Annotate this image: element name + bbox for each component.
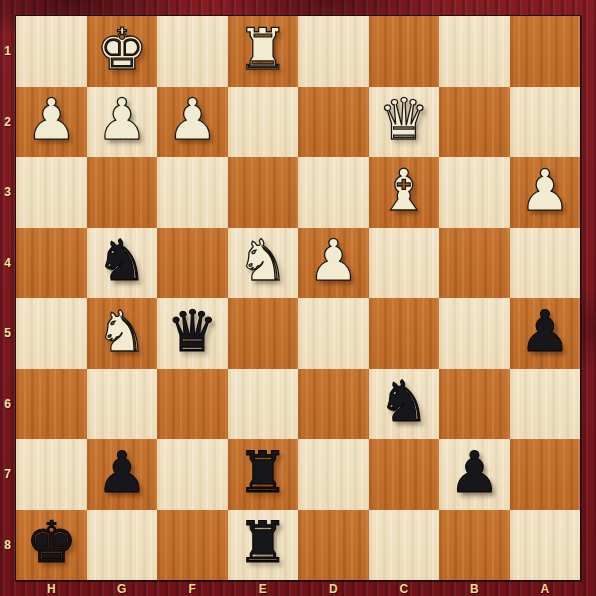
square-g7[interactable]: ♟ — [87, 439, 158, 510]
square-f5[interactable]: ♛ — [157, 298, 228, 369]
square-c1[interactable] — [369, 16, 440, 87]
file-labels: HGFEDCBA — [16, 581, 580, 596]
square-a7[interactable] — [510, 439, 581, 510]
square-h5[interactable] — [16, 298, 87, 369]
square-c2[interactable]: ♛ — [369, 87, 440, 158]
piece-black-knight[interactable]: ♞ — [96, 232, 147, 289]
square-a6[interactable] — [510, 369, 581, 440]
file-label: B — [439, 581, 510, 596]
square-b4[interactable] — [439, 228, 510, 299]
square-c4[interactable] — [369, 228, 440, 299]
square-b8[interactable] — [439, 510, 510, 581]
square-b7[interactable]: ♟ — [439, 439, 510, 510]
square-e8[interactable]: ♜ — [228, 510, 299, 581]
rank-label: 5 — [0, 298, 15, 369]
piece-white-queen[interactable]: ♛ — [378, 91, 429, 148]
square-g3[interactable] — [87, 157, 158, 228]
square-e7[interactable]: ♜ — [228, 439, 299, 510]
square-f4[interactable] — [157, 228, 228, 299]
square-b2[interactable] — [439, 87, 510, 158]
file-label: C — [369, 581, 440, 596]
square-c5[interactable] — [369, 298, 440, 369]
rank-label: 4 — [0, 228, 15, 299]
square-d1[interactable] — [298, 16, 369, 87]
square-a5[interactable]: ♟ — [510, 298, 581, 369]
square-a4[interactable] — [510, 228, 581, 299]
rank-label: 1 — [0, 16, 15, 87]
square-h7[interactable] — [16, 439, 87, 510]
square-g6[interactable] — [87, 369, 158, 440]
piece-black-queen[interactable]: ♛ — [167, 303, 218, 360]
rank-label: 6 — [0, 369, 15, 440]
square-e6[interactable] — [228, 369, 299, 440]
piece-white-bishop[interactable]: ♝ — [378, 162, 429, 219]
square-d2[interactable] — [298, 87, 369, 158]
piece-black-rook[interactable]: ♜ — [237, 514, 288, 571]
piece-black-knight[interactable]: ♞ — [378, 373, 429, 430]
piece-black-pawn[interactable]: ♟ — [519, 303, 570, 360]
piece-white-rook[interactable]: ♜ — [237, 21, 288, 78]
piece-white-pawn[interactable]: ♟ — [167, 91, 218, 148]
square-f6[interactable] — [157, 369, 228, 440]
square-b6[interactable] — [439, 369, 510, 440]
piece-white-king[interactable]: ♚ — [96, 21, 147, 78]
piece-black-pawn[interactable]: ♟ — [449, 444, 500, 501]
file-label: A — [510, 581, 581, 596]
square-g5[interactable]: ♞ — [87, 298, 158, 369]
square-c3[interactable]: ♝ — [369, 157, 440, 228]
square-b1[interactable] — [439, 16, 510, 87]
file-label: E — [228, 581, 299, 596]
square-f7[interactable] — [157, 439, 228, 510]
square-h3[interactable] — [16, 157, 87, 228]
square-h1[interactable] — [16, 16, 87, 87]
square-g2[interactable]: ♟ — [87, 87, 158, 158]
piece-white-pawn[interactable]: ♟ — [96, 91, 147, 148]
square-h8[interactable]: ♚ — [16, 510, 87, 581]
square-a2[interactable] — [510, 87, 581, 158]
piece-white-knight[interactable]: ♞ — [96, 303, 147, 360]
square-h2[interactable]: ♟ — [16, 87, 87, 158]
square-e2[interactable] — [228, 87, 299, 158]
file-label: F — [157, 581, 228, 596]
square-a1[interactable] — [510, 16, 581, 87]
rank-label: 3 — [0, 157, 15, 228]
square-a3[interactable]: ♟ — [510, 157, 581, 228]
rank-label: 2 — [0, 87, 15, 158]
square-d6[interactable] — [298, 369, 369, 440]
square-d3[interactable] — [298, 157, 369, 228]
square-b5[interactable] — [439, 298, 510, 369]
square-c6[interactable]: ♞ — [369, 369, 440, 440]
file-label: D — [298, 581, 369, 596]
piece-black-pawn[interactable]: ♟ — [96, 444, 147, 501]
square-h4[interactable] — [16, 228, 87, 299]
square-b3[interactable] — [439, 157, 510, 228]
file-label: G — [87, 581, 158, 596]
file-label: H — [16, 581, 87, 596]
board: ♚♜♟♟♟♛♝♟♞♞♟♞♛♟♞♟♜♟♚♜ — [15, 15, 581, 581]
square-e4[interactable]: ♞ — [228, 228, 299, 299]
square-d8[interactable] — [298, 510, 369, 581]
square-g1[interactable]: ♚ — [87, 16, 158, 87]
square-c8[interactable] — [369, 510, 440, 581]
square-g4[interactable]: ♞ — [87, 228, 158, 299]
square-d5[interactable] — [298, 298, 369, 369]
square-c7[interactable] — [369, 439, 440, 510]
square-h6[interactable] — [16, 369, 87, 440]
square-f1[interactable] — [157, 16, 228, 87]
piece-white-knight[interactable]: ♞ — [237, 232, 288, 289]
square-e1[interactable]: ♜ — [228, 16, 299, 87]
rank-labels: 12345678 — [0, 16, 15, 580]
piece-black-rook[interactable]: ♜ — [237, 444, 288, 501]
square-g8[interactable] — [87, 510, 158, 581]
square-e3[interactable] — [228, 157, 299, 228]
square-f2[interactable]: ♟ — [157, 87, 228, 158]
piece-white-pawn[interactable]: ♟ — [308, 232, 359, 289]
square-e5[interactable] — [228, 298, 299, 369]
chess-board-frame: 12345678 ♚♜♟♟♟♛♝♟♞♞♟♞♛♟♞♟♜♟♚♜ HGFEDCBA — [0, 0, 596, 596]
piece-white-pawn[interactable]: ♟ — [519, 162, 570, 219]
square-d7[interactable] — [298, 439, 369, 510]
rank-label: 8 — [0, 510, 15, 581]
square-a8[interactable] — [510, 510, 581, 581]
piece-black-king[interactable]: ♚ — [26, 514, 77, 571]
piece-white-pawn[interactable]: ♟ — [26, 91, 77, 148]
square-d4[interactable]: ♟ — [298, 228, 369, 299]
rank-label: 7 — [0, 439, 15, 510]
square-f3[interactable] — [157, 157, 228, 228]
square-f8[interactable] — [157, 510, 228, 581]
